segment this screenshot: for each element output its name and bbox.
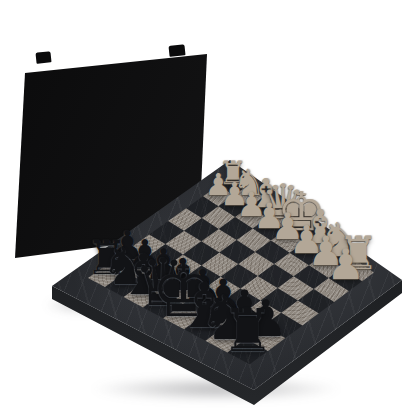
box-clasp-right-icon (168, 44, 185, 57)
box-clasp-left-icon (35, 51, 51, 64)
product-photo-stage: ♜♞♝♛♚♝♞♜♟♟♟♟♟♟♟♟♟♟♟♟♟♟♟♟♜♞♝♛♚♝♞♜ (0, 0, 416, 416)
